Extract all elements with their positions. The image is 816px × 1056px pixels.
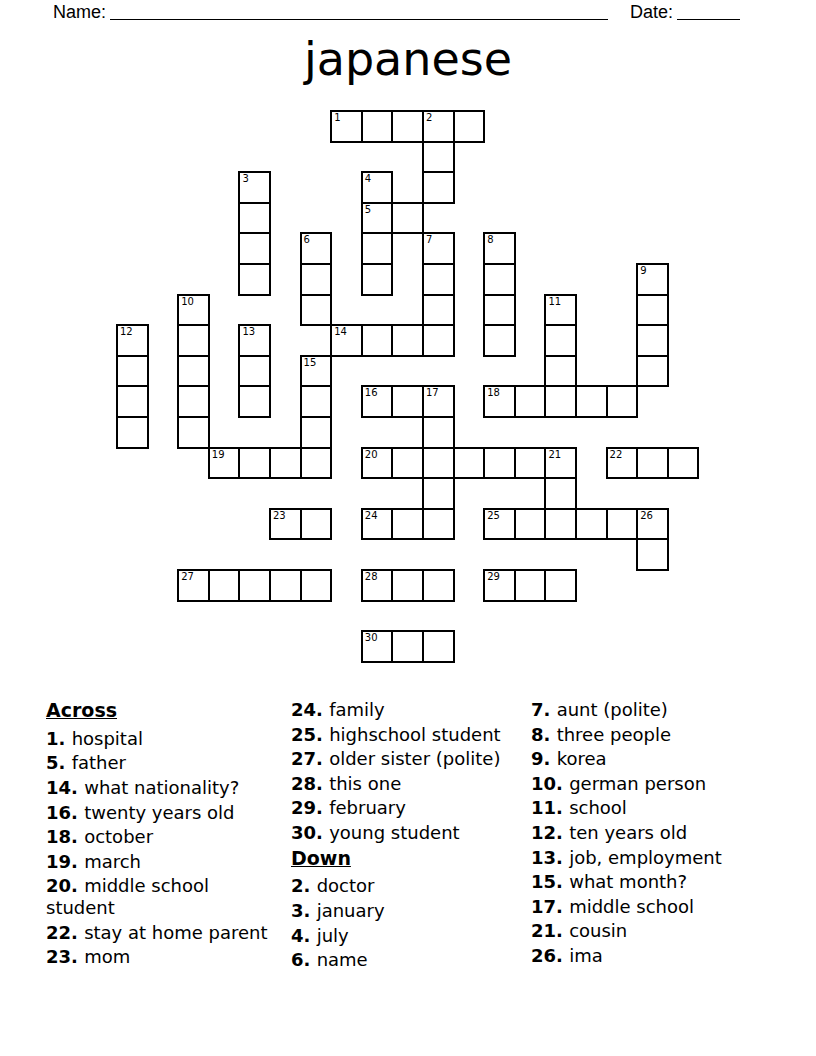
grid-cell-r4c10[interactable]: 7 bbox=[422, 232, 455, 265]
grid-cell-r7c9[interactable] bbox=[391, 324, 424, 357]
grid-cell-r11c5[interactable] bbox=[269, 447, 302, 480]
grid-cell-r15c8[interactable]: 28 bbox=[361, 569, 394, 602]
grid-cell-r5c4[interactable] bbox=[238, 263, 271, 296]
grid-cell-r10c0[interactable] bbox=[116, 416, 149, 449]
clue-27: 27. older sister (polite) bbox=[291, 748, 529, 770]
clue-number-5: 5 bbox=[365, 204, 371, 216]
grid-cell-r6c12[interactable] bbox=[483, 294, 516, 327]
clue-number-13: 13 bbox=[242, 326, 255, 338]
clue-number-25: 25 bbox=[487, 510, 500, 522]
worksheet-page: Name: Date: japanese 1234567891011121314… bbox=[0, 0, 816, 1056]
clue-21: 21. cousin bbox=[531, 920, 803, 942]
name-input-line[interactable] bbox=[110, 2, 608, 20]
clue-number-30: 30 bbox=[365, 632, 378, 644]
clue-19: 19. march bbox=[46, 851, 271, 873]
clue-number-15: 15 bbox=[304, 357, 317, 369]
grid-cell-r17c9[interactable] bbox=[391, 630, 424, 663]
grid-cell-r2c10[interactable] bbox=[422, 171, 455, 204]
clue-number-28: 28 bbox=[365, 571, 378, 583]
clue-12: 12. ten years old bbox=[531, 822, 803, 844]
clue-number-2: 2 bbox=[426, 112, 432, 124]
grid-cell-r9c9[interactable] bbox=[391, 385, 424, 418]
grid-cell-r15c2[interactable]: 27 bbox=[177, 569, 210, 602]
grid-cell-r7c12[interactable] bbox=[483, 324, 516, 357]
clue-number-22: 22 bbox=[610, 449, 623, 461]
grid-cell-r12c10[interactable] bbox=[422, 477, 455, 510]
grid-cell-r7c14[interactable] bbox=[544, 324, 577, 357]
grid-cell-r11c8[interactable]: 20 bbox=[361, 447, 394, 480]
grid-cell-r7c4[interactable]: 13 bbox=[238, 324, 271, 357]
clue-column-1: Across1. hospital5. father14. what natio… bbox=[46, 699, 271, 971]
clue-24: 24. family bbox=[291, 699, 529, 721]
grid-cell-r9c14[interactable] bbox=[544, 385, 577, 418]
grid-cell-r9c16[interactable] bbox=[606, 385, 639, 418]
grid-cell-r8c2[interactable] bbox=[177, 355, 210, 388]
grid-cell-r0c7[interactable]: 1 bbox=[330, 110, 363, 143]
grid-cell-r15c13[interactable] bbox=[514, 569, 547, 602]
clue-4: 4. july bbox=[291, 925, 529, 947]
clue-13: 13. job, employment bbox=[531, 847, 803, 869]
clue-16: 16. twenty years old bbox=[46, 802, 271, 824]
grid-cell-r2c4[interactable]: 3 bbox=[238, 171, 271, 204]
grid-cell-r15c10[interactable] bbox=[422, 569, 455, 602]
grid-cell-r5c12[interactable] bbox=[483, 263, 516, 296]
clue-number-24: 24 bbox=[365, 510, 378, 522]
grid-cell-r1c10[interactable] bbox=[422, 141, 455, 174]
clue-number-17: 17 bbox=[426, 387, 439, 399]
grid-cell-r17c8[interactable]: 30 bbox=[361, 630, 394, 663]
grid-cell-r4c8[interactable] bbox=[361, 232, 394, 265]
grid-cell-r13c14[interactable] bbox=[544, 508, 577, 541]
clue-number-23: 23 bbox=[273, 510, 286, 522]
clue-column-2: 24. family25. highschool student27. olde… bbox=[291, 699, 529, 974]
grid-cell-r9c2[interactable] bbox=[177, 385, 210, 418]
grid-cell-r11c18[interactable] bbox=[667, 447, 700, 480]
clue-7: 7. aunt (polite) bbox=[531, 699, 803, 721]
grid-cell-r15c9[interactable] bbox=[391, 569, 424, 602]
grid-cell-r5c17[interactable]: 9 bbox=[636, 263, 669, 296]
grid-cell-r5c10[interactable] bbox=[422, 263, 455, 296]
grid-cell-r15c14[interactable] bbox=[544, 569, 577, 602]
clue-11: 11. school bbox=[531, 797, 803, 819]
grid-cell-r11c16[interactable]: 22 bbox=[606, 447, 639, 480]
grid-cell-r10c2[interactable] bbox=[177, 416, 210, 449]
grid-cell-r9c4[interactable] bbox=[238, 385, 271, 418]
clue-number-9: 9 bbox=[640, 265, 646, 277]
grid-cell-r10c10[interactable] bbox=[422, 416, 455, 449]
grid-cell-r15c5[interactable] bbox=[269, 569, 302, 602]
grid-cell-r9c6[interactable] bbox=[300, 385, 333, 418]
grid-cell-r6c10[interactable] bbox=[422, 294, 455, 327]
date-label: Date: bbox=[630, 2, 673, 23]
grid-cell-r15c4[interactable] bbox=[238, 569, 271, 602]
grid-cell-r9c13[interactable] bbox=[514, 385, 547, 418]
grid-cell-r13c12[interactable]: 25 bbox=[483, 508, 516, 541]
clue-8: 8. three people bbox=[531, 724, 803, 746]
grid-cell-r9c0[interactable] bbox=[116, 385, 149, 418]
grid-cell-r14c17[interactable] bbox=[636, 538, 669, 571]
grid-cell-r9c10[interactable]: 17 bbox=[422, 385, 455, 418]
grid-cell-r13c8[interactable]: 24 bbox=[361, 508, 394, 541]
grid-cell-r7c7[interactable]: 14 bbox=[330, 324, 363, 357]
grid-cell-r15c12[interactable]: 29 bbox=[483, 569, 516, 602]
clue-6: 6. name bbox=[291, 949, 529, 971]
grid-cell-r13c9[interactable] bbox=[391, 508, 424, 541]
grid-cell-r12c14[interactable] bbox=[544, 477, 577, 510]
clue-2: 2. doctor bbox=[291, 875, 529, 897]
grid-cell-r2c8[interactable]: 4 bbox=[361, 171, 394, 204]
clue-29: 29. february bbox=[291, 797, 529, 819]
grid-cell-r8c17[interactable] bbox=[636, 355, 669, 388]
grid-cell-r5c6[interactable] bbox=[300, 263, 333, 296]
grid-cell-r13c15[interactable] bbox=[575, 508, 608, 541]
clue-5: 5. father bbox=[46, 752, 271, 774]
clue-number-12: 12 bbox=[120, 326, 133, 338]
clue-number-14: 14 bbox=[334, 326, 347, 338]
clue-23: 23. mom bbox=[46, 946, 271, 968]
clue-number-1: 1 bbox=[334, 112, 340, 124]
clue-18: 18. october bbox=[46, 826, 271, 848]
grid-cell-r8c0[interactable] bbox=[116, 355, 149, 388]
clue-3: 3. january bbox=[291, 900, 529, 922]
grid-cell-r0c11[interactable] bbox=[453, 110, 486, 143]
grid-cell-r11c3[interactable]: 19 bbox=[208, 447, 241, 480]
clue-number-18: 18 bbox=[487, 387, 500, 399]
clue-heading-down: Down bbox=[291, 847, 529, 870]
grid-cell-r9c12[interactable]: 18 bbox=[483, 385, 516, 418]
clue-28: 28. this one bbox=[291, 773, 529, 795]
name-label: Name: bbox=[53, 2, 106, 23]
clue-number-4: 4 bbox=[365, 173, 371, 185]
clue-1: 1. hospital bbox=[46, 728, 271, 750]
clue-17: 17. middle school bbox=[531, 896, 803, 918]
grid-cell-r8c6[interactable]: 15 bbox=[300, 355, 333, 388]
grid-cell-r0c9[interactable] bbox=[391, 110, 424, 143]
grid-cell-r11c14[interactable]: 21 bbox=[544, 447, 577, 480]
grid-cell-r7c0[interactable]: 12 bbox=[116, 324, 149, 357]
clue-column-3: 7. aunt (polite)8. three people9. korea1… bbox=[531, 699, 803, 970]
grid-cell-r7c10[interactable] bbox=[422, 324, 455, 357]
grid-cell-r13c6[interactable] bbox=[300, 508, 333, 541]
puzzle-title: japanese bbox=[0, 32, 816, 86]
grid-cell-r3c9[interactable] bbox=[391, 202, 424, 235]
clue-number-8: 8 bbox=[487, 234, 493, 246]
clue-10: 10. german person bbox=[531, 773, 803, 795]
clue-number-10: 10 bbox=[181, 296, 194, 308]
grid-cell-r13c5[interactable]: 23 bbox=[269, 508, 302, 541]
clue-number-19: 19 bbox=[212, 449, 225, 461]
clue-number-29: 29 bbox=[487, 571, 500, 583]
grid-cell-r11c17[interactable] bbox=[636, 447, 669, 480]
grid-cell-r4c12[interactable]: 8 bbox=[483, 232, 516, 265]
clue-22: 22. stay at home parent bbox=[46, 922, 271, 944]
clue-number-6: 6 bbox=[304, 234, 310, 246]
grid-cell-r7c8[interactable] bbox=[361, 324, 394, 357]
grid-cell-r6c2[interactable]: 10 bbox=[177, 294, 210, 327]
grid-cell-r13c10[interactable] bbox=[422, 508, 455, 541]
grid-cell-r17c10[interactable] bbox=[422, 630, 455, 663]
clue-number-16: 16 bbox=[365, 387, 378, 399]
clue-number-21: 21 bbox=[548, 449, 561, 461]
grid-cell-r13c13[interactable] bbox=[514, 508, 547, 541]
clue-number-7: 7 bbox=[426, 234, 432, 246]
clue-30: 30. young student bbox=[291, 822, 529, 844]
clue-15: 15. what month? bbox=[531, 871, 803, 893]
grid-cell-r13c17[interactable]: 26 bbox=[636, 508, 669, 541]
grid-cell-r0c10[interactable]: 2 bbox=[422, 110, 455, 143]
grid-cell-r6c17[interactable] bbox=[636, 294, 669, 327]
grid-cell-r7c2[interactable] bbox=[177, 324, 210, 357]
date-input-line[interactable] bbox=[677, 2, 740, 20]
grid-cell-r4c4[interactable] bbox=[238, 232, 271, 265]
grid-cell-r11c11[interactable] bbox=[453, 447, 486, 480]
grid-cell-r3c4[interactable] bbox=[238, 202, 271, 235]
crossword-grid: 1234567891011121314151617181920212223242… bbox=[116, 110, 700, 663]
grid-cell-r0c8[interactable] bbox=[361, 110, 394, 143]
grid-cell-r11c4[interactable] bbox=[238, 447, 271, 480]
grid-cell-r11c6[interactable] bbox=[300, 447, 333, 480]
clue-heading-across: Across bbox=[46, 699, 271, 722]
grid-cell-r6c6[interactable] bbox=[300, 294, 333, 327]
grid-cell-r11c9[interactable] bbox=[391, 447, 424, 480]
grid-cell-r6c14[interactable]: 11 bbox=[544, 294, 577, 327]
grid-cell-r10c6[interactable] bbox=[300, 416, 333, 449]
grid-cell-r3c8[interactable]: 5 bbox=[361, 202, 394, 235]
grid-cell-r13c16[interactable] bbox=[606, 508, 639, 541]
clue-number-11: 11 bbox=[548, 296, 561, 308]
clue-26: 26. ima bbox=[531, 945, 803, 967]
grid-cell-r15c3[interactable] bbox=[208, 569, 241, 602]
grid-cell-r7c17[interactable] bbox=[636, 324, 669, 357]
clue-20: 20. middle school student bbox=[46, 875, 271, 918]
grid-cell-r11c13[interactable] bbox=[514, 447, 547, 480]
grid-cell-r4c6[interactable]: 6 bbox=[300, 232, 333, 265]
clue-25: 25. highschool student bbox=[291, 724, 529, 746]
grid-cell-r8c4[interactable] bbox=[238, 355, 271, 388]
clue-14: 14. what nationality? bbox=[46, 777, 271, 799]
grid-cell-r11c10[interactable] bbox=[422, 447, 455, 480]
grid-cell-r8c14[interactable] bbox=[544, 355, 577, 388]
grid-cell-r11c12[interactable] bbox=[483, 447, 516, 480]
grid-cell-r15c6[interactable] bbox=[300, 569, 333, 602]
grid-cell-r5c8[interactable] bbox=[361, 263, 394, 296]
grid-cell-r9c8[interactable]: 16 bbox=[361, 385, 394, 418]
clue-9: 9. korea bbox=[531, 748, 803, 770]
clue-number-3: 3 bbox=[242, 173, 248, 185]
grid-cell-r9c15[interactable] bbox=[575, 385, 608, 418]
clue-number-20: 20 bbox=[365, 449, 378, 461]
clue-number-27: 27 bbox=[181, 571, 194, 583]
clue-number-26: 26 bbox=[640, 510, 653, 522]
